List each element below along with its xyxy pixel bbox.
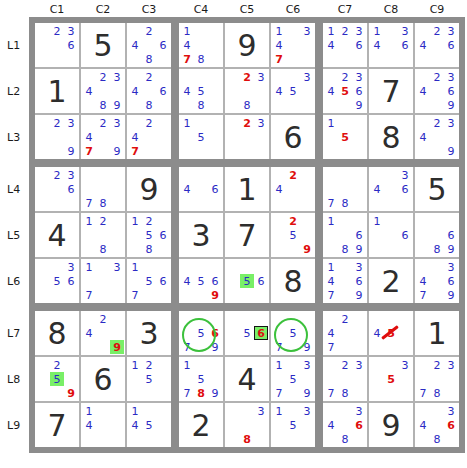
candidate-4: 4 xyxy=(324,274,338,288)
candidate-8: 8 xyxy=(338,242,352,256)
candidate-3: 3 xyxy=(444,116,458,130)
candidate-8: 8 xyxy=(430,386,444,400)
cell-L3C4[interactable]: 15 xyxy=(179,115,223,159)
candidate-2: 2 xyxy=(430,70,444,84)
candidate-2: 2 xyxy=(240,116,254,130)
candidate-9: 9 xyxy=(300,386,314,400)
candidate-6: 6 xyxy=(64,274,78,288)
cell-L5C8[interactable]: 16 xyxy=(369,213,413,257)
candidate-1: 1 xyxy=(370,214,384,228)
box-separator-vertical xyxy=(315,23,323,447)
candidate-2: 2 xyxy=(142,358,156,372)
candidate-6: 6 xyxy=(444,228,458,242)
cell-L4C4[interactable]: 46 xyxy=(179,167,223,211)
cell-L9C5[interactable]: 38 xyxy=(225,403,269,447)
candidate-6: 6 xyxy=(156,228,170,242)
candidate-3: 3 xyxy=(300,70,314,84)
candidate-6: 6 xyxy=(444,274,458,288)
cell-L5C4[interactable]: 3 xyxy=(179,213,223,257)
cell-L8C7[interactable]: 2378 xyxy=(323,357,367,401)
row-label-L4: L4 xyxy=(1,183,20,196)
cell-L9C2[interactable]: 14 xyxy=(81,403,125,447)
candidate-7: 7 xyxy=(82,196,96,210)
candidate-4: 4 xyxy=(128,130,142,144)
candidate-9: 9 xyxy=(208,288,222,302)
cell-L8C3[interactable]: 125 xyxy=(127,357,171,401)
candidate-2: 2 xyxy=(286,214,300,228)
box-separator-horizontal xyxy=(35,303,459,311)
cell-L6C3[interactable]: 1567 xyxy=(127,259,171,303)
candidate-2: 2 xyxy=(240,70,254,84)
big-digit: 7 xyxy=(36,404,78,446)
cell-L4C1[interactable]: 236 xyxy=(35,167,79,211)
candidate-3: 3 xyxy=(398,168,412,182)
candidate-5: 5 xyxy=(286,84,300,98)
cell-L6C6[interactable]: 8 xyxy=(271,259,315,303)
cell-L2C4[interactable]: 458 xyxy=(179,69,223,113)
candidate-1: 1 xyxy=(272,358,286,372)
big-digit: 2 xyxy=(370,260,412,302)
candidate-4: 4 xyxy=(272,38,286,52)
candidate-4: 4 xyxy=(128,418,142,432)
cell-L6C9[interactable]: 34679 xyxy=(415,259,459,303)
candidate-2: 2 xyxy=(50,24,64,38)
cell-L7C8[interactable]: 45 xyxy=(369,311,413,355)
cell-L1C8[interactable]: 1346 xyxy=(369,23,413,67)
candidate-7: 7 xyxy=(180,340,194,354)
candidate-1: 1 xyxy=(82,404,96,418)
candidate-9: 9 xyxy=(300,242,314,256)
cell-L1C6[interactable]: 1347 xyxy=(271,23,315,67)
cell-L6C7[interactable]: 134679 xyxy=(323,259,367,303)
row-label-L6: L6 xyxy=(1,275,20,288)
big-digit: 7 xyxy=(370,70,412,112)
cell-L3C6[interactable]: 6 xyxy=(271,115,315,159)
candidate-5: 5 xyxy=(142,418,156,432)
cell-L2C8[interactable]: 7 xyxy=(369,69,413,113)
candidate-3: 3 xyxy=(64,168,78,182)
big-digit: 7 xyxy=(226,214,268,256)
cell-L3C2[interactable]: 23479 xyxy=(81,115,125,159)
cell-L5C2[interactable]: 128 xyxy=(81,213,125,257)
candidate-9: 9 xyxy=(64,144,78,158)
row-label-L9: L9 xyxy=(1,419,20,432)
candidate-7: 7 xyxy=(128,144,142,158)
col-label-C8: C8 xyxy=(369,3,413,16)
cell-L5C3[interactable]: 12568 xyxy=(127,213,171,257)
candidate-6: 6 xyxy=(444,38,458,52)
cell-L6C2[interactable]: 137 xyxy=(81,259,125,303)
big-digit: 1 xyxy=(36,70,78,112)
candidate-8: 8 xyxy=(194,98,208,112)
cell-L7C4[interactable]: 5679 xyxy=(179,311,223,355)
cell-L8C5[interactable]: 4 xyxy=(225,357,269,401)
cell-L2C5[interactable]: 238 xyxy=(225,69,269,113)
candidate-2: 2 xyxy=(430,116,444,130)
cell-L7C2[interactable]: 249 xyxy=(81,311,125,355)
candidate-5: 5 xyxy=(240,274,254,288)
candidate-5: 5 xyxy=(338,84,352,98)
candidate-8: 8 xyxy=(240,432,254,446)
candidate-4: 4 xyxy=(128,84,142,98)
candidate-9: 9 xyxy=(110,144,124,158)
candidate-9: 9 xyxy=(208,340,222,354)
candidate-7: 7 xyxy=(180,52,194,66)
candidate-6: 6 xyxy=(352,38,366,52)
candidate-7: 7 xyxy=(416,386,430,400)
candidate-4: 4 xyxy=(416,38,430,52)
col-label-C4: C4 xyxy=(179,3,223,16)
candidate-1: 1 xyxy=(128,358,142,372)
candidate-3: 3 xyxy=(300,358,314,372)
candidate-5: 5 xyxy=(240,326,254,340)
candidate-2: 2 xyxy=(142,214,156,228)
candidate-2: 2 xyxy=(286,168,300,182)
col-label-C3: C3 xyxy=(127,3,171,16)
candidate-1: 1 xyxy=(324,260,338,274)
candidate-6: 6 xyxy=(64,182,78,196)
cell-L3C8[interactable]: 8 xyxy=(369,115,413,159)
col-label-C7: C7 xyxy=(323,3,367,16)
candidate-2: 2 xyxy=(50,358,64,372)
cell-L8C4[interactable]: 15789 xyxy=(179,357,223,401)
cell-L1C9[interactable]: 2346 xyxy=(415,23,459,67)
candidate-3: 3 xyxy=(352,260,366,274)
candidate-9: 9 xyxy=(110,340,124,354)
candidate-8: 8 xyxy=(338,386,352,400)
cell-L2C9[interactable]: 23469 xyxy=(415,69,459,113)
candidate-4: 4 xyxy=(272,182,286,196)
cell-L2C1[interactable]: 1 xyxy=(35,69,79,113)
candidate-2: 2 xyxy=(96,214,110,228)
candidate-9: 9 xyxy=(352,98,366,112)
candidate-4: 4 xyxy=(128,38,142,52)
big-digit: 3 xyxy=(180,214,222,256)
box-separator-horizontal xyxy=(35,159,459,167)
row-label-L8: L8 xyxy=(1,373,20,386)
cell-L4C6[interactable]: 24 xyxy=(271,167,315,211)
candidate-1: 1 xyxy=(128,260,142,274)
candidate-6: 6 xyxy=(208,326,222,340)
candidate-8: 8 xyxy=(430,242,444,256)
column-labels: C1C2C3C4C5C6C7C8C9 xyxy=(29,1,465,17)
candidate-1: 1 xyxy=(272,24,286,38)
candidate-6: 6 xyxy=(208,182,222,196)
cell-L2C2[interactable]: 23489 xyxy=(81,69,125,113)
candidate-5: 5 xyxy=(194,130,208,144)
big-digit: 6 xyxy=(272,116,314,158)
cell-L3C9[interactable]: 2349 xyxy=(415,115,459,159)
big-digit: 8 xyxy=(370,116,412,158)
candidate-7: 7 xyxy=(324,386,338,400)
cell-L8C2[interactable]: 6 xyxy=(81,357,125,401)
candidate-4: 4 xyxy=(416,130,430,144)
cell-L5C7[interactable]: 1689 xyxy=(323,213,367,257)
row-label-L1: L1 xyxy=(1,39,20,52)
candidate-4: 4 xyxy=(324,418,338,432)
candidate-4: 4 xyxy=(324,326,338,340)
candidate-2: 2 xyxy=(338,312,352,326)
col-label-C6: C6 xyxy=(271,3,315,16)
candidate-7: 7 xyxy=(272,52,286,66)
candidate-1: 1 xyxy=(272,404,286,418)
big-digit: 5 xyxy=(82,24,124,66)
candidate-2: 2 xyxy=(142,24,156,38)
candidate-3: 3 xyxy=(254,116,268,130)
candidate-6: 6 xyxy=(352,418,366,432)
big-digit: 3 xyxy=(128,312,170,354)
sudoku-app: C1C2C3C4C5C6C7C8C9 L1L2L3L4L5L6L7L8L9 23… xyxy=(0,0,465,468)
candidate-8: 8 xyxy=(338,432,352,446)
cell-L2C7[interactable]: 234569 xyxy=(323,69,367,113)
candidate-9: 9 xyxy=(64,386,78,400)
big-digit: 5 xyxy=(416,168,458,210)
big-digit: 4 xyxy=(226,358,268,400)
candidate-8: 8 xyxy=(96,242,110,256)
box-separator-vertical xyxy=(171,23,179,447)
candidate-6: 6 xyxy=(254,274,268,288)
col-label-C1: C1 xyxy=(35,3,79,16)
candidate-3: 3 xyxy=(352,404,366,418)
cell-L7C6[interactable]: 579 xyxy=(271,311,315,355)
cell-L2C3[interactable]: 2468 xyxy=(127,69,171,113)
candidate-8: 8 xyxy=(430,432,444,446)
row-label-L7: L7 xyxy=(1,327,20,340)
candidate-7: 7 xyxy=(82,144,96,158)
col-label-C2: C2 xyxy=(81,3,125,16)
cell-L6C8[interactable]: 2 xyxy=(369,259,413,303)
candidate-2: 2 xyxy=(142,116,156,130)
big-digit: 8 xyxy=(272,260,314,302)
candidate-9: 9 xyxy=(300,340,314,354)
candidate-2: 2 xyxy=(50,116,64,130)
candidate-6: 6 xyxy=(444,84,458,98)
cell-L1C5[interactable]: 9 xyxy=(225,23,269,67)
candidate-8: 8 xyxy=(96,196,110,210)
candidate-3: 3 xyxy=(110,260,124,274)
candidate-5: 5 xyxy=(142,228,156,242)
cell-L7C3[interactable]: 3 xyxy=(127,311,171,355)
cell-L8C1[interactable]: 259 xyxy=(35,357,79,401)
candidate-8: 8 xyxy=(194,52,208,66)
candidate-9: 9 xyxy=(444,288,458,302)
candidate-5: 5 xyxy=(384,372,398,386)
candidate-3: 3 xyxy=(444,358,458,372)
candidate-4: 4 xyxy=(416,418,430,432)
cell-L4C5[interactable]: 1 xyxy=(225,167,269,211)
cell-L1C4[interactable]: 1478 xyxy=(179,23,223,67)
big-digit: 2 xyxy=(180,404,222,446)
cell-L7C1[interactable]: 8 xyxy=(35,311,79,355)
candidate-4: 4 xyxy=(370,182,384,196)
candidate-9: 9 xyxy=(352,288,366,302)
cell-L8C8[interactable]: 35 xyxy=(369,357,413,401)
col-label-C5: C5 xyxy=(225,3,269,16)
row-label-L3: L3 xyxy=(1,131,20,144)
candidate-1: 1 xyxy=(324,116,338,130)
candidate-6: 6 xyxy=(352,228,366,242)
big-digit: 1 xyxy=(416,312,458,354)
candidate-2: 2 xyxy=(50,168,64,182)
cell-L5C5[interactable]: 7 xyxy=(225,213,269,257)
candidate-5: 5 xyxy=(286,326,300,340)
candidate-2: 2 xyxy=(430,358,444,372)
cell-L7C7[interactable]: 247 xyxy=(323,311,367,355)
candidate-1: 1 xyxy=(128,214,142,228)
candidate-5: 5 xyxy=(194,84,208,98)
candidate-5: 5 xyxy=(50,372,64,386)
candidate-3: 3 xyxy=(110,116,124,130)
cell-L5C9[interactable]: 689 xyxy=(415,213,459,257)
candidate-6: 6 xyxy=(156,38,170,52)
candidate-5: 5 xyxy=(142,274,156,288)
candidate-5: 5 xyxy=(194,326,208,340)
cell-L6C5[interactable]: 56 xyxy=(225,259,269,303)
cell-L8C6[interactable]: 13579 xyxy=(271,357,315,401)
candidate-5: 5 xyxy=(194,372,208,386)
cell-L3C3[interactable]: 247 xyxy=(127,115,171,159)
candidate-8: 8 xyxy=(142,52,156,66)
candidate-7: 7 xyxy=(324,288,338,302)
candidate-5: 5 xyxy=(384,326,398,340)
cell-L4C7[interactable]: 78 xyxy=(323,167,367,211)
candidate-6: 6 xyxy=(254,326,268,340)
sudoku-board: 2365246814789134712346134623461234892468… xyxy=(29,17,465,453)
candidate-3: 3 xyxy=(352,358,366,372)
candidate-7: 7 xyxy=(272,386,286,400)
candidate-4: 4 xyxy=(82,326,96,340)
cell-L6C1[interactable]: 356 xyxy=(35,259,79,303)
candidate-5: 5 xyxy=(286,418,300,432)
big-digit: 4 xyxy=(36,214,78,256)
big-digit: 9 xyxy=(370,404,412,446)
candidate-4: 4 xyxy=(82,130,96,144)
candidate-3: 3 xyxy=(110,70,124,84)
candidate-8: 8 xyxy=(142,242,156,256)
candidate-2: 2 xyxy=(338,358,352,372)
cell-L8C9[interactable]: 2378 xyxy=(415,357,459,401)
candidate-4: 4 xyxy=(416,84,430,98)
cell-L9C9[interactable]: 3468 xyxy=(415,403,459,447)
candidate-4: 4 xyxy=(324,84,338,98)
candidate-8: 8 xyxy=(96,98,110,112)
candidate-6: 6 xyxy=(444,418,458,432)
candidate-3: 3 xyxy=(64,24,78,38)
candidate-3: 3 xyxy=(444,260,458,274)
cell-L1C7[interactable]: 12346 xyxy=(323,23,367,67)
cell-L5C1[interactable]: 4 xyxy=(35,213,79,257)
candidate-4: 4 xyxy=(370,38,384,52)
candidate-7: 7 xyxy=(272,340,286,354)
candidate-3: 3 xyxy=(300,24,314,38)
cell-L3C5[interactable]: 23 xyxy=(225,115,269,159)
cell-L1C1[interactable]: 236 xyxy=(35,23,79,67)
candidate-1: 1 xyxy=(180,358,194,372)
candidate-2: 2 xyxy=(142,70,156,84)
cell-L6C4[interactable]: 4569 xyxy=(179,259,223,303)
big-digit: 1 xyxy=(226,168,268,210)
candidate-6: 6 xyxy=(398,228,412,242)
candidate-5: 5 xyxy=(142,372,156,386)
candidate-9: 9 xyxy=(444,242,458,256)
cell-L1C2[interactable]: 5 xyxy=(81,23,125,67)
candidate-6: 6 xyxy=(208,274,222,288)
cell-L5C6[interactable]: 259 xyxy=(271,213,315,257)
cell-L7C5[interactable]: 56 xyxy=(225,311,269,355)
candidate-4: 4 xyxy=(82,418,96,432)
candidate-7: 7 xyxy=(416,288,430,302)
candidate-2: 2 xyxy=(338,24,352,38)
candidate-8: 8 xyxy=(338,196,352,210)
candidate-6: 6 xyxy=(352,84,366,98)
cell-L9C3[interactable]: 145 xyxy=(127,403,171,447)
candidate-3: 3 xyxy=(398,24,412,38)
candidate-7: 7 xyxy=(324,196,338,210)
row-labels: L1L2L3L4L5L6L7L8L9 xyxy=(1,17,29,453)
candidate-5: 5 xyxy=(194,274,208,288)
candidate-3: 3 xyxy=(352,24,366,38)
candidate-1: 1 xyxy=(370,24,384,38)
cell-L1C3[interactable]: 2468 xyxy=(127,23,171,67)
cell-L7C9[interactable]: 1 xyxy=(415,311,459,355)
candidate-8: 8 xyxy=(194,386,208,400)
cell-L4C2[interactable]: 78 xyxy=(81,167,125,211)
candidate-3: 3 xyxy=(444,24,458,38)
cell-L4C9[interactable]: 5 xyxy=(415,167,459,211)
candidate-3: 3 xyxy=(254,404,268,418)
cell-L9C7[interactable]: 3468 xyxy=(323,403,367,447)
candidate-4: 4 xyxy=(180,38,194,52)
cell-L9C4[interactable]: 2 xyxy=(179,403,223,447)
candidate-3: 3 xyxy=(300,404,314,418)
big-digit: 8 xyxy=(36,312,78,354)
candidate-5: 5 xyxy=(286,228,300,242)
candidate-2: 2 xyxy=(96,312,110,326)
cell-L4C8[interactable]: 346 xyxy=(369,167,413,211)
candidate-4: 4 xyxy=(180,274,194,288)
candidate-4: 4 xyxy=(324,38,338,52)
cell-L9C8[interactable]: 9 xyxy=(369,403,413,447)
candidate-1: 1 xyxy=(128,404,142,418)
candidate-5: 5 xyxy=(338,130,352,144)
candidate-9: 9 xyxy=(444,98,458,112)
big-digit: 6 xyxy=(82,358,124,400)
candidate-3: 3 xyxy=(64,260,78,274)
cell-L3C7[interactable]: 15 xyxy=(323,115,367,159)
cell-L9C6[interactable]: 135 xyxy=(271,403,315,447)
candidate-5: 5 xyxy=(286,372,300,386)
cell-L4C3[interactable]: 9 xyxy=(127,167,171,211)
candidate-6: 6 xyxy=(398,38,412,52)
candidate-2: 2 xyxy=(96,70,110,84)
candidate-2: 2 xyxy=(96,116,110,130)
candidate-9: 9 xyxy=(352,242,366,256)
candidate-9: 9 xyxy=(444,144,458,158)
row-label-L2: L2 xyxy=(1,85,20,98)
candidate-3: 3 xyxy=(64,116,78,130)
corner-spacer xyxy=(1,1,29,17)
candidate-1: 1 xyxy=(82,260,96,274)
candidate-3: 3 xyxy=(398,358,412,372)
candidate-6: 6 xyxy=(156,274,170,288)
cell-L9C1[interactable]: 7 xyxy=(35,403,79,447)
cell-L3C1[interactable]: 239 xyxy=(35,115,79,159)
candidate-6: 6 xyxy=(352,274,366,288)
candidate-1: 1 xyxy=(180,24,194,38)
cell-L2C6[interactable]: 345 xyxy=(271,69,315,113)
candidate-7: 7 xyxy=(180,386,194,400)
candidate-8: 8 xyxy=(240,98,254,112)
